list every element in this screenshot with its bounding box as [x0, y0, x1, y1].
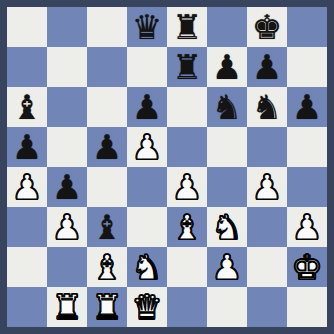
square-f4[interactable]: [207, 167, 247, 207]
square-e3[interactable]: ♝: [167, 207, 207, 247]
square-c6[interactable]: [87, 87, 127, 127]
square-g5[interactable]: [247, 127, 287, 167]
white-pawn-g4: ♟: [252, 167, 282, 207]
square-f7[interactable]: ♟: [207, 47, 247, 87]
white-rook-c1: ♜: [92, 287, 122, 327]
square-b1[interactable]: ♜: [47, 287, 87, 327]
square-g4[interactable]: ♟: [247, 167, 287, 207]
square-e7[interactable]: ♜: [167, 47, 207, 87]
square-g3[interactable]: [247, 207, 287, 247]
square-d6[interactable]: ♟: [127, 87, 167, 127]
black-knight-f6: ♞: [212, 87, 242, 127]
square-c5[interactable]: ♟: [87, 127, 127, 167]
square-b2[interactable]: [47, 247, 87, 287]
white-pawn-b3: ♟: [52, 207, 82, 247]
black-pawn-d6: ♟: [132, 87, 162, 127]
white-pawn-d5: ♟: [132, 127, 162, 167]
square-f5[interactable]: [207, 127, 247, 167]
square-c4[interactable]: [87, 167, 127, 207]
square-b6[interactable]: [47, 87, 87, 127]
square-g8[interactable]: ♚: [247, 7, 287, 47]
square-h2[interactable]: ♚: [287, 247, 327, 287]
square-a2[interactable]: [7, 247, 47, 287]
square-a5[interactable]: ♟: [7, 127, 47, 167]
square-g6[interactable]: ♞: [247, 87, 287, 127]
black-rook-e7: ♜: [172, 47, 202, 87]
chess-board: ♛♜♚♜♟♟♝♟♞♞♟♟♟♟♟♟♟♟♟♝♝♞♟♝♞♟♚♜♜♛: [7, 7, 327, 327]
white-bishop-c2: ♝: [92, 247, 122, 287]
square-h8[interactable]: [287, 7, 327, 47]
square-a7[interactable]: [7, 47, 47, 87]
white-pawn-a4: ♟: [12, 167, 42, 207]
black-pawn-b4: ♟: [52, 167, 82, 207]
board-frame: ♛♜♚♜♟♟♝♟♞♞♟♟♟♟♟♟♟♟♟♝♝♞♟♝♞♟♚♜♜♛: [0, 0, 334, 334]
black-pawn-a5: ♟: [12, 127, 42, 167]
square-b3[interactable]: ♟: [47, 207, 87, 247]
black-queen-d8: ♛: [132, 7, 162, 47]
square-f1[interactable]: [207, 287, 247, 327]
white-queen-d1: ♛: [132, 287, 162, 327]
square-h4[interactable]: [287, 167, 327, 207]
square-d4[interactable]: [127, 167, 167, 207]
square-c7[interactable]: [87, 47, 127, 87]
square-d8[interactable]: ♛: [127, 7, 167, 47]
square-h5[interactable]: [287, 127, 327, 167]
square-e5[interactable]: [167, 127, 207, 167]
black-knight-g6: ♞: [252, 87, 282, 127]
square-h6[interactable]: ♟: [287, 87, 327, 127]
black-pawn-f7: ♟: [212, 47, 242, 87]
black-pawn-c5: ♟: [92, 127, 122, 167]
square-f6[interactable]: ♞: [207, 87, 247, 127]
square-e4[interactable]: ♟: [167, 167, 207, 207]
square-a3[interactable]: [7, 207, 47, 247]
white-rook-b1: ♜: [52, 287, 82, 327]
black-bishop-c3: ♝: [92, 207, 122, 247]
square-e2[interactable]: [167, 247, 207, 287]
black-pawn-h6: ♟: [292, 87, 322, 127]
square-f3[interactable]: ♞: [207, 207, 247, 247]
square-a4[interactable]: ♟: [7, 167, 47, 207]
square-e8[interactable]: ♜: [167, 7, 207, 47]
white-knight-f3: ♞: [212, 207, 242, 247]
square-c1[interactable]: ♜: [87, 287, 127, 327]
square-g2[interactable]: [247, 247, 287, 287]
square-e1[interactable]: [167, 287, 207, 327]
white-bishop-e3: ♝: [172, 207, 202, 247]
square-g7[interactable]: ♟: [247, 47, 287, 87]
square-g1[interactable]: [247, 287, 287, 327]
square-a8[interactable]: [7, 7, 47, 47]
square-h1[interactable]: [287, 287, 327, 327]
square-c2[interactable]: ♝: [87, 247, 127, 287]
square-a1[interactable]: [7, 287, 47, 327]
square-d1[interactable]: ♛: [127, 287, 167, 327]
square-c8[interactable]: [87, 7, 127, 47]
square-d5[interactable]: ♟: [127, 127, 167, 167]
square-d3[interactable]: [127, 207, 167, 247]
square-c3[interactable]: ♝: [87, 207, 127, 247]
square-b5[interactable]: [47, 127, 87, 167]
black-pawn-g7: ♟: [252, 47, 282, 87]
square-b8[interactable]: [47, 7, 87, 47]
white-pawn-e4: ♟: [172, 167, 202, 207]
square-d2[interactable]: ♞: [127, 247, 167, 287]
square-f8[interactable]: [207, 7, 247, 47]
white-king-h2: ♚: [292, 247, 322, 287]
square-a6[interactable]: ♝: [7, 87, 47, 127]
square-f2[interactable]: ♟: [207, 247, 247, 287]
square-e6[interactable]: [167, 87, 207, 127]
white-knight-d2: ♞: [132, 247, 162, 287]
square-d7[interactable]: [127, 47, 167, 87]
square-h7[interactable]: [287, 47, 327, 87]
black-rook-e8: ♜: [172, 7, 202, 47]
white-pawn-h3: ♟: [292, 207, 322, 247]
square-b7[interactable]: [47, 47, 87, 87]
square-h3[interactable]: ♟: [287, 207, 327, 247]
black-bishop-a6: ♝: [12, 87, 42, 127]
white-pawn-f2: ♟: [212, 247, 242, 287]
black-king-g8: ♚: [252, 7, 282, 47]
square-b4[interactable]: ♟: [47, 167, 87, 207]
